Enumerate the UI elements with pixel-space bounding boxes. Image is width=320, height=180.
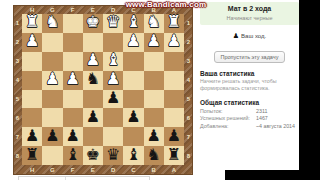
square-g6[interactable] <box>42 108 62 127</box>
square-c4[interactable] <box>123 71 143 90</box>
square-a4[interactable] <box>164 71 184 90</box>
square-a7[interactable]: ♟ <box>164 127 184 146</box>
square-b1[interactable]: ♞ <box>144 14 164 33</box>
file-label: G <box>42 165 62 175</box>
square-c5[interactable] <box>123 90 143 109</box>
stat-value: 1467 <box>256 115 268 121</box>
chess-board: HGFEDCBA1♜♞♚♛♝♞♜12♟♟♟♟23♟♝34♟♟♞♟45♟56♟♟6… <box>13 5 193 175</box>
piece-bK[interactable]: ♚ <box>86 147 100 163</box>
piece-bP[interactable]: ♟ <box>167 128 181 144</box>
square-h5[interactable] <box>22 90 42 109</box>
stat-label: Попыток: <box>200 108 256 114</box>
square-a8[interactable]: ♜ <box>164 146 184 165</box>
piece-bP[interactable]: ♟ <box>146 128 160 144</box>
square-a5[interactable] <box>164 90 184 109</box>
piece-bP[interactable]: ♟ <box>45 128 59 144</box>
square-e6[interactable]: ♟ <box>83 108 103 127</box>
stat-row-solutions: Успешных решений: 1467 <box>200 115 299 121</box>
square-c3[interactable] <box>123 52 143 71</box>
piece-wK[interactable]: ♚ <box>86 14 100 30</box>
square-c8[interactable]: ♝ <box>123 146 143 165</box>
square-d7[interactable] <box>103 127 123 146</box>
square-e1[interactable]: ♚ <box>83 14 103 33</box>
piece-bP[interactable]: ♟ <box>25 128 39 144</box>
puzzle-subtitle: Начинают черные <box>202 15 297 21</box>
your-stats-hint: Начните решать задачи, чтобы формировала… <box>200 78 299 92</box>
rank-label: 5 <box>13 90 22 109</box>
square-e3[interactable]: ♟ <box>83 52 103 71</box>
skip-puzzle-button[interactable]: Пропустить эту задачу <box>214 51 286 63</box>
rank-label: 4 <box>184 71 193 90</box>
stat-row-attempts: Попыток: 2311 <box>200 108 299 114</box>
square-h7[interactable]: ♟ <box>22 127 42 146</box>
piece-bP[interactable]: ♟ <box>65 128 79 144</box>
square-h4[interactable] <box>22 71 42 90</box>
file-label: E <box>83 165 103 175</box>
letterbox-bottom-right <box>225 170 320 180</box>
turn-indicator: ♟Ваш ход. <box>200 32 299 40</box>
rank-label: 3 <box>184 52 193 71</box>
square-f7[interactable]: ♟ <box>63 127 83 146</box>
square-b6[interactable] <box>144 108 164 127</box>
piece-wP[interactable]: ♟ <box>126 33 140 49</box>
square-f2[interactable] <box>63 33 83 52</box>
square-b2[interactable]: ♟ <box>144 33 164 52</box>
file-label: F <box>63 165 83 175</box>
piece-wN[interactable]: ♞ <box>45 14 59 30</box>
file-label: F <box>63 5 83 14</box>
your-stats-heading: Ваша статистика <box>200 70 299 77</box>
piece-bP[interactable]: ♟ <box>86 109 100 125</box>
screen: www.Bandicam.com HGFEDCBA1♜♞♚♛♝♞♜12♟♟♟♟2… <box>0 0 320 180</box>
square-d1[interactable]: ♛ <box>103 14 123 33</box>
rank-label: 3 <box>13 52 22 71</box>
rank-label: 6 <box>184 108 193 127</box>
square-f3[interactable] <box>63 52 83 71</box>
rank-label: 2 <box>13 33 22 52</box>
piece-wP[interactable]: ♟ <box>45 71 59 87</box>
piece-wP[interactable]: ♟ <box>25 33 39 49</box>
piece-bN[interactable]: ♞ <box>146 147 160 163</box>
piece-wQ[interactable]: ♛ <box>106 14 120 30</box>
stat-label: Успешных решений: <box>200 115 256 121</box>
square-a6[interactable] <box>164 108 184 127</box>
square-h1[interactable]: ♜ <box>22 14 42 33</box>
rank-label: 1 <box>13 14 22 33</box>
puzzle-sidebar: Мат в 2 хода Начинают черные ♟Ваш ход. П… <box>200 0 299 129</box>
piece-bN[interactable]: ♞ <box>86 71 100 87</box>
square-d3[interactable]: ♝ <box>103 52 123 71</box>
square-f4[interactable]: ♟ <box>63 71 83 90</box>
square-f8[interactable]: ♝ <box>63 146 83 165</box>
letterbox-right <box>299 0 320 180</box>
rank-label: 6 <box>13 108 22 127</box>
stat-row-added: Добавлена: ~4 августа 2014 <box>200 123 299 129</box>
file-label: A <box>164 165 184 175</box>
square-e7[interactable] <box>83 127 103 146</box>
piece-bR[interactable]: ♜ <box>167 147 181 163</box>
piece-wB[interactable]: ♝ <box>126 14 140 30</box>
square-h8[interactable]: ♜ <box>22 146 42 165</box>
rank-label: 8 <box>184 146 193 165</box>
file-label: D <box>103 165 123 175</box>
square-a3[interactable] <box>164 52 184 71</box>
piece-bP[interactable]: ♟ <box>126 109 140 125</box>
overall-stats-heading: Общая статистика <box>200 99 299 106</box>
file-label: H <box>22 165 42 175</box>
piece-wP[interactable]: ♟ <box>106 71 120 87</box>
square-c7[interactable] <box>123 127 143 146</box>
square-d6[interactable] <box>103 108 123 127</box>
piece-bB[interactable]: ♝ <box>126 147 140 163</box>
square-c1[interactable]: ♝ <box>123 14 143 33</box>
rank-label: 4 <box>13 71 22 90</box>
stat-value: 2311 <box>256 108 267 114</box>
square-a1[interactable]: ♜ <box>164 14 184 33</box>
square-f1[interactable] <box>63 14 83 33</box>
file-label: C <box>123 165 143 175</box>
square-d5[interactable]: ♟ <box>103 90 123 109</box>
square-f6[interactable] <box>63 108 83 127</box>
square-b4[interactable] <box>144 71 164 90</box>
stat-value: ~4 августа 2014 <box>256 123 295 129</box>
piece-wP[interactable]: ♟ <box>146 33 160 49</box>
skip-row: Пропустить эту задачу <box>200 45 299 63</box>
square-d2[interactable] <box>103 33 123 52</box>
piece-bP[interactable]: ♟ <box>106 90 120 106</box>
square-a2[interactable]: ♟ <box>164 33 184 52</box>
square-g7[interactable]: ♟ <box>42 127 62 146</box>
square-g2[interactable] <box>42 33 62 52</box>
piece-wR[interactable]: ♜ <box>167 14 181 30</box>
piece-wP[interactable]: ♟ <box>65 71 79 87</box>
piece-wB[interactable]: ♝ <box>106 52 120 68</box>
black-pawn-icon: ♟ <box>233 32 239 40</box>
file-label: B <box>144 165 164 175</box>
stat-label: Добавлена: <box>200 123 256 129</box>
board-corner <box>184 165 193 175</box>
square-g4[interactable]: ♟ <box>42 71 62 90</box>
square-f5[interactable] <box>63 90 83 109</box>
square-c6[interactable]: ♟ <box>123 108 143 127</box>
comments-table-edge <box>18 176 150 180</box>
board-corner <box>13 5 22 14</box>
bandicam-watermark: www.Bandicam.com <box>105 0 227 10</box>
board-corner <box>13 165 22 175</box>
piece-wP[interactable]: ♟ <box>86 52 100 68</box>
rank-label: 7 <box>13 127 22 146</box>
square-b5[interactable] <box>144 90 164 109</box>
square-e5[interactable] <box>83 90 103 109</box>
rank-label: 2 <box>184 33 193 52</box>
piece-bB[interactable]: ♝ <box>65 147 79 163</box>
square-h3[interactable] <box>22 52 42 71</box>
rank-label: 1 <box>184 14 193 33</box>
square-b8[interactable]: ♞ <box>144 146 164 165</box>
square-g1[interactable]: ♞ <box>42 14 62 33</box>
piece-bQ[interactable]: ♛ <box>106 147 120 163</box>
rank-label: 5 <box>184 90 193 109</box>
square-g3[interactable] <box>42 52 62 71</box>
square-g5[interactable] <box>42 90 62 109</box>
rank-label: 7 <box>184 127 193 146</box>
square-c2[interactable]: ♟ <box>123 33 143 52</box>
turn-label: Ваш ход. <box>241 33 266 39</box>
square-e2[interactable] <box>83 33 103 52</box>
square-h6[interactable] <box>22 108 42 127</box>
square-b7[interactable]: ♟ <box>144 127 164 146</box>
square-b3[interactable] <box>144 52 164 71</box>
piece-wR[interactable]: ♜ <box>25 14 39 30</box>
piece-bR[interactable]: ♜ <box>25 147 39 163</box>
piece-wP[interactable]: ♟ <box>167 33 181 49</box>
square-g8[interactable] <box>42 146 62 165</box>
square-e4[interactable]: ♞ <box>83 71 103 90</box>
square-d8[interactable]: ♛ <box>103 146 123 165</box>
piece-wN[interactable]: ♞ <box>146 14 160 30</box>
square-d4[interactable]: ♟ <box>103 71 123 90</box>
square-h2[interactable]: ♟ <box>22 33 42 52</box>
rank-label: 8 <box>13 146 22 165</box>
square-e8[interactable]: ♚ <box>83 146 103 165</box>
